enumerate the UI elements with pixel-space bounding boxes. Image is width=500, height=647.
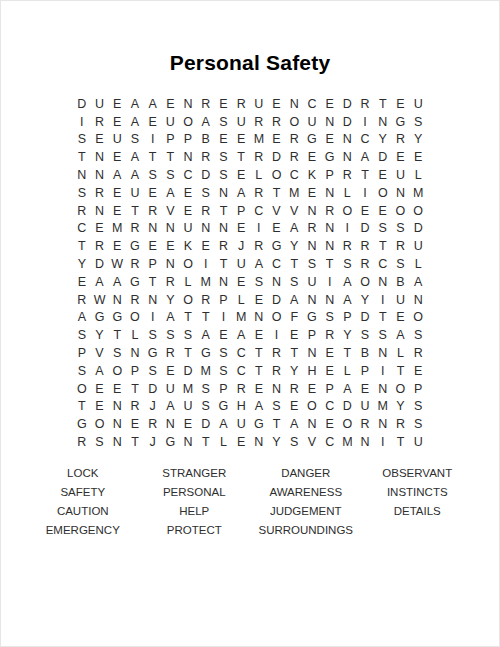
- grid-cell[interactable]: R: [356, 255, 374, 273]
- grid-cell[interactable]: A: [91, 273, 109, 291]
- grid-cell[interactable]: R: [91, 237, 109, 255]
- grid-cell[interactable]: O: [303, 398, 321, 416]
- grid-cell[interactable]: N: [303, 291, 321, 309]
- grid-cell[interactable]: O: [339, 202, 357, 220]
- grid-cell[interactable]: I: [374, 433, 392, 451]
- grid-cell[interactable]: A: [162, 398, 180, 416]
- grid-cell[interactable]: T: [197, 309, 215, 327]
- grid-cell[interactable]: E: [108, 148, 126, 166]
- grid-cell[interactable]: R: [126, 398, 144, 416]
- grid-cell[interactable]: R: [126, 220, 144, 238]
- grid-cell[interactable]: T: [374, 237, 392, 255]
- grid-cell[interactable]: I: [215, 309, 233, 327]
- grid-cell[interactable]: Y: [73, 255, 91, 273]
- grid-cell[interactable]: C: [321, 398, 339, 416]
- grid-cell[interactable]: I: [339, 220, 357, 238]
- grid-cell[interactable]: S: [197, 380, 215, 398]
- grid-cell[interactable]: N: [250, 309, 268, 327]
- grid-cell[interactable]: E: [108, 184, 126, 202]
- grid-cell[interactable]: G: [197, 344, 215, 362]
- grid-cell[interactable]: E: [303, 184, 321, 202]
- grid-cell[interactable]: R: [162, 344, 180, 362]
- grid-cell[interactable]: R: [321, 202, 339, 220]
- grid-cell[interactable]: V: [303, 433, 321, 451]
- grid-cell[interactable]: L: [339, 184, 357, 202]
- grid-cell[interactable]: A: [126, 148, 144, 166]
- grid-cell[interactable]: A: [339, 273, 357, 291]
- grid-cell[interactable]: I: [356, 113, 374, 131]
- grid-cell[interactable]: S: [179, 326, 197, 344]
- grid-cell[interactable]: S: [392, 255, 410, 273]
- grid-cell[interactable]: D: [268, 291, 286, 309]
- grid-cell[interactable]: E: [162, 237, 180, 255]
- grid-cell[interactable]: R: [409, 344, 427, 362]
- grid-cell[interactable]: G: [91, 309, 109, 327]
- grid-cell[interactable]: A: [409, 273, 427, 291]
- grid-cell[interactable]: O: [356, 273, 374, 291]
- grid-cell[interactable]: N: [339, 148, 357, 166]
- grid-cell[interactable]: U: [232, 415, 250, 433]
- grid-cell[interactable]: U: [303, 273, 321, 291]
- grid-cell[interactable]: A: [232, 326, 250, 344]
- grid-cell[interactable]: S: [339, 255, 357, 273]
- grid-cell[interactable]: N: [392, 184, 410, 202]
- grid-cell[interactable]: S: [374, 220, 392, 238]
- grid-cell[interactable]: R: [91, 113, 109, 131]
- grid-cell[interactable]: D: [197, 166, 215, 184]
- grid-cell[interactable]: N: [250, 433, 268, 451]
- grid-cell[interactable]: B: [392, 273, 410, 291]
- grid-cell[interactable]: J: [144, 433, 162, 451]
- grid-cell[interactable]: T: [144, 273, 162, 291]
- grid-cell[interactable]: E: [179, 184, 197, 202]
- grid-cell[interactable]: S: [285, 273, 303, 291]
- grid-cell[interactable]: E: [321, 415, 339, 433]
- grid-cell[interactable]: R: [144, 415, 162, 433]
- grid-cell[interactable]: U: [356, 398, 374, 416]
- grid-cell[interactable]: E: [321, 131, 339, 149]
- grid-cell[interactable]: T: [268, 184, 286, 202]
- grid-cell[interactable]: D: [73, 95, 91, 113]
- grid-cell[interactable]: E: [321, 95, 339, 113]
- grid-cell[interactable]: I: [374, 291, 392, 309]
- grid-cell[interactable]: D: [374, 148, 392, 166]
- grid-cell[interactable]: N: [321, 220, 339, 238]
- grid-cell[interactable]: U: [392, 166, 410, 184]
- grid-cell[interactable]: T: [392, 362, 410, 380]
- grid-cell[interactable]: N: [215, 184, 233, 202]
- grid-cell[interactable]: U: [250, 95, 268, 113]
- grid-cell[interactable]: E: [321, 362, 339, 380]
- grid-cell[interactable]: G: [126, 273, 144, 291]
- grid-cell[interactable]: N: [91, 202, 109, 220]
- grid-cell[interactable]: N: [108, 398, 126, 416]
- grid-cell[interactable]: A: [197, 113, 215, 131]
- grid-cell[interactable]: D: [144, 380, 162, 398]
- grid-cell[interactable]: E: [144, 113, 162, 131]
- grid-cell[interactable]: L: [250, 166, 268, 184]
- grid-cell[interactable]: R: [285, 148, 303, 166]
- grid-cell[interactable]: N: [303, 202, 321, 220]
- grid-cell[interactable]: N: [179, 433, 197, 451]
- grid-cell[interactable]: C: [73, 220, 91, 238]
- grid-cell[interactable]: M: [197, 273, 215, 291]
- grid-cell[interactable]: P: [232, 202, 250, 220]
- grid-cell[interactable]: N: [409, 291, 427, 309]
- grid-cell[interactable]: R: [356, 95, 374, 113]
- grid-cell[interactable]: R: [339, 237, 357, 255]
- grid-cell[interactable]: R: [232, 380, 250, 398]
- grid-cell[interactable]: I: [374, 362, 392, 380]
- grid-cell[interactable]: N: [374, 273, 392, 291]
- grid-cell[interactable]: T: [108, 326, 126, 344]
- grid-cell[interactable]: B: [356, 344, 374, 362]
- grid-cell[interactable]: N: [215, 220, 233, 238]
- grid-cell[interactable]: T: [126, 433, 144, 451]
- grid-cell[interactable]: T: [73, 398, 91, 416]
- grid-cell[interactable]: L: [392, 344, 410, 362]
- grid-cell[interactable]: G: [126, 237, 144, 255]
- grid-cell[interactable]: O: [374, 184, 392, 202]
- grid-cell[interactable]: G: [250, 415, 268, 433]
- grid-cell[interactable]: E: [144, 237, 162, 255]
- grid-cell[interactable]: S: [215, 362, 233, 380]
- grid-cell[interactable]: U: [409, 237, 427, 255]
- grid-cell[interactable]: E: [250, 326, 268, 344]
- grid-cell[interactable]: Y: [374, 131, 392, 149]
- grid-cell[interactable]: D: [268, 148, 286, 166]
- grid-cell[interactable]: E: [392, 309, 410, 327]
- grid-cell[interactable]: R: [73, 291, 91, 309]
- grid-cell[interactable]: E: [374, 202, 392, 220]
- grid-cell[interactable]: R: [250, 148, 268, 166]
- grid-cell[interactable]: A: [339, 291, 357, 309]
- grid-cell[interactable]: A: [126, 166, 144, 184]
- grid-cell[interactable]: U: [108, 131, 126, 149]
- grid-cell[interactable]: U: [162, 113, 180, 131]
- grid-cell[interactable]: R: [392, 131, 410, 149]
- grid-cell[interactable]: R: [303, 220, 321, 238]
- grid-cell[interactable]: P: [126, 362, 144, 380]
- grid-cell[interactable]: V: [268, 202, 286, 220]
- grid-cell[interactable]: U: [409, 433, 427, 451]
- grid-cell[interactable]: R: [392, 237, 410, 255]
- grid-cell[interactable]: S: [197, 398, 215, 416]
- grid-cell[interactable]: M: [197, 362, 215, 380]
- grid-cell[interactable]: R: [250, 184, 268, 202]
- grid-cell[interactable]: H: [232, 398, 250, 416]
- grid-cell[interactable]: O: [179, 113, 197, 131]
- grid-cell[interactable]: S: [162, 326, 180, 344]
- grid-cell[interactable]: A: [285, 220, 303, 238]
- grid-cell[interactable]: S: [108, 344, 126, 362]
- grid-cell[interactable]: M: [179, 380, 197, 398]
- grid-cell[interactable]: A: [356, 148, 374, 166]
- grid-cell[interactable]: J: [232, 237, 250, 255]
- grid-cell[interactable]: V: [162, 202, 180, 220]
- grid-cell[interactable]: L: [409, 255, 427, 273]
- grid-cell[interactable]: I: [250, 220, 268, 238]
- grid-cell[interactable]: M: [285, 184, 303, 202]
- grid-cell[interactable]: N: [374, 113, 392, 131]
- grid-cell[interactable]: E: [197, 237, 215, 255]
- grid-cell[interactable]: E: [108, 113, 126, 131]
- grid-cell[interactable]: Y: [91, 326, 109, 344]
- grid-cell[interactable]: C: [232, 344, 250, 362]
- grid-cell[interactable]: S: [409, 415, 427, 433]
- grid-cell[interactable]: C: [285, 166, 303, 184]
- grid-cell[interactable]: E: [215, 95, 233, 113]
- grid-cell[interactable]: U: [303, 113, 321, 131]
- grid-cell[interactable]: N: [356, 433, 374, 451]
- grid-cell[interactable]: P: [321, 380, 339, 398]
- grid-cell[interactable]: T: [374, 95, 392, 113]
- grid-cell[interactable]: E: [250, 291, 268, 309]
- grid-cell[interactable]: V: [91, 344, 109, 362]
- grid-cell[interactable]: S: [409, 398, 427, 416]
- grid-cell[interactable]: D: [356, 309, 374, 327]
- grid-cell[interactable]: E: [108, 380, 126, 398]
- grid-cell[interactable]: S: [73, 362, 91, 380]
- grid-cell[interactable]: E: [179, 202, 197, 220]
- grid-cell[interactable]: P: [356, 362, 374, 380]
- grid-cell[interactable]: A: [285, 291, 303, 309]
- grid-cell[interactable]: S: [162, 166, 180, 184]
- grid-cell[interactable]: T: [285, 344, 303, 362]
- grid-cell[interactable]: S: [268, 398, 286, 416]
- grid-cell[interactable]: S: [91, 433, 109, 451]
- grid-cell[interactable]: T: [321, 255, 339, 273]
- grid-cell[interactable]: O: [392, 380, 410, 398]
- grid-cell[interactable]: E: [356, 202, 374, 220]
- grid-cell[interactable]: S: [144, 326, 162, 344]
- grid-cell[interactable]: R: [268, 344, 286, 362]
- grid-cell[interactable]: E: [232, 273, 250, 291]
- grid-cell[interactable]: P: [409, 380, 427, 398]
- grid-cell[interactable]: U: [392, 291, 410, 309]
- grid-cell[interactable]: I: [321, 273, 339, 291]
- grid-cell[interactable]: E: [232, 433, 250, 451]
- grid-cell[interactable]: A: [108, 273, 126, 291]
- grid-cell[interactable]: N: [126, 344, 144, 362]
- grid-cell[interactable]: T: [126, 380, 144, 398]
- grid-cell[interactable]: G: [268, 237, 286, 255]
- grid-cell[interactable]: R: [144, 202, 162, 220]
- grid-cell[interactable]: O: [409, 202, 427, 220]
- grid-cell[interactable]: K: [179, 237, 197, 255]
- grid-cell[interactable]: N: [197, 220, 215, 238]
- grid-cell[interactable]: O: [268, 309, 286, 327]
- grid-cell[interactable]: U: [162, 380, 180, 398]
- grid-cell[interactable]: S: [144, 362, 162, 380]
- grid-cell[interactable]: S: [409, 326, 427, 344]
- grid-cell[interactable]: C: [356, 131, 374, 149]
- grid-cell[interactable]: L: [232, 291, 250, 309]
- grid-cell[interactable]: C: [250, 202, 268, 220]
- grid-cell[interactable]: I: [144, 309, 162, 327]
- grid-cell[interactable]: A: [162, 309, 180, 327]
- grid-cell[interactable]: E: [268, 131, 286, 149]
- grid-cell[interactable]: R: [73, 202, 91, 220]
- grid-cell[interactable]: I: [268, 326, 286, 344]
- grid-cell[interactable]: P: [144, 255, 162, 273]
- grid-cell[interactable]: L: [409, 166, 427, 184]
- grid-cell[interactable]: E: [409, 362, 427, 380]
- grid-cell[interactable]: S: [250, 273, 268, 291]
- grid-cell[interactable]: E: [303, 148, 321, 166]
- grid-cell[interactable]: R: [392, 415, 410, 433]
- grid-cell[interactable]: P: [162, 131, 180, 149]
- grid-cell[interactable]: D: [409, 220, 427, 238]
- grid-cell[interactable]: S: [215, 148, 233, 166]
- grid-cell[interactable]: S: [392, 220, 410, 238]
- grid-cell[interactable]: G: [392, 113, 410, 131]
- grid-cell[interactable]: N: [321, 237, 339, 255]
- grid-cell[interactable]: Y: [356, 291, 374, 309]
- grid-cell[interactable]: T: [179, 344, 197, 362]
- grid-cell[interactable]: E: [232, 131, 250, 149]
- grid-cell[interactable]: N: [215, 273, 233, 291]
- grid-cell[interactable]: N: [179, 95, 197, 113]
- grid-cell[interactable]: T: [162, 148, 180, 166]
- grid-cell[interactable]: N: [108, 291, 126, 309]
- grid-cell[interactable]: R: [162, 273, 180, 291]
- grid-cell[interactable]: I: [197, 255, 215, 273]
- grid-cell[interactable]: R: [197, 291, 215, 309]
- grid-cell[interactable]: E: [285, 398, 303, 416]
- grid-cell[interactable]: E: [409, 148, 427, 166]
- grid-cell[interactable]: N: [303, 415, 321, 433]
- grid-cell[interactable]: U: [179, 220, 197, 238]
- grid-cell[interactable]: E: [215, 131, 233, 149]
- grid-cell[interactable]: R: [215, 237, 233, 255]
- grid-cell[interactable]: I: [73, 113, 91, 131]
- grid-cell[interactable]: Y: [339, 326, 357, 344]
- grid-cell[interactable]: W: [108, 255, 126, 273]
- grid-cell[interactable]: S: [144, 166, 162, 184]
- grid-cell[interactable]: D: [91, 255, 109, 273]
- grid-cell[interactable]: G: [108, 309, 126, 327]
- grid-cell[interactable]: R: [250, 237, 268, 255]
- grid-cell[interactable]: O: [179, 291, 197, 309]
- grid-cell[interactable]: U: [179, 398, 197, 416]
- grid-cell[interactable]: E: [321, 344, 339, 362]
- grid-cell[interactable]: A: [126, 113, 144, 131]
- grid-cell[interactable]: D: [197, 415, 215, 433]
- grid-cell[interactable]: T: [197, 433, 215, 451]
- grid-cell[interactable]: E: [268, 95, 286, 113]
- grid-cell[interactable]: E: [285, 326, 303, 344]
- grid-cell[interactable]: D: [339, 398, 357, 416]
- grid-cell[interactable]: E: [162, 362, 180, 380]
- grid-cell[interactable]: P: [179, 131, 197, 149]
- grid-cell[interactable]: A: [392, 326, 410, 344]
- grid-cell[interactable]: S: [197, 184, 215, 202]
- grid-cell[interactable]: T: [392, 433, 410, 451]
- grid-cell[interactable]: D: [179, 362, 197, 380]
- grid-cell[interactable]: T: [126, 202, 144, 220]
- grid-cell[interactable]: T: [250, 362, 268, 380]
- grid-cell[interactable]: N: [303, 237, 321, 255]
- grid-cell[interactable]: B: [197, 131, 215, 149]
- grid-cell[interactable]: C: [232, 362, 250, 380]
- grid-cell[interactable]: T: [73, 148, 91, 166]
- grid-cell[interactable]: U: [232, 113, 250, 131]
- grid-cell[interactable]: A: [285, 415, 303, 433]
- grid-cell[interactable]: N: [108, 415, 126, 433]
- grid-cell[interactable]: S: [215, 344, 233, 362]
- grid-cell[interactable]: E: [268, 220, 286, 238]
- grid-cell[interactable]: Y: [409, 131, 427, 149]
- grid-cell[interactable]: U: [126, 184, 144, 202]
- grid-cell[interactable]: A: [162, 184, 180, 202]
- grid-cell[interactable]: E: [91, 220, 109, 238]
- grid-cell[interactable]: S: [73, 131, 91, 149]
- grid-cell[interactable]: T: [215, 202, 233, 220]
- grid-cell[interactable]: C: [303, 95, 321, 113]
- grid-cell[interactable]: A: [197, 326, 215, 344]
- grid-cell[interactable]: T: [356, 166, 374, 184]
- grid-cell[interactable]: S: [285, 433, 303, 451]
- grid-cell[interactable]: E: [392, 148, 410, 166]
- grid-cell[interactable]: A: [232, 184, 250, 202]
- grid-cell[interactable]: D: [339, 113, 357, 131]
- grid-cell[interactable]: L: [179, 273, 197, 291]
- grid-cell[interactable]: Y: [162, 291, 180, 309]
- grid-cell[interactable]: N: [374, 415, 392, 433]
- grid-cell[interactable]: N: [179, 148, 197, 166]
- grid-cell[interactable]: S: [409, 113, 427, 131]
- grid-cell[interactable]: O: [339, 415, 357, 433]
- grid-cell[interactable]: N: [374, 380, 392, 398]
- grid-cell[interactable]: E: [91, 398, 109, 416]
- grid-cell[interactable]: O: [268, 166, 286, 184]
- grid-cell[interactable]: E: [179, 415, 197, 433]
- grid-cell[interactable]: M: [374, 398, 392, 416]
- grid-cell[interactable]: S: [215, 166, 233, 184]
- grid-cell[interactable]: N: [268, 273, 286, 291]
- grid-cell[interactable]: A: [91, 362, 109, 380]
- grid-cell[interactable]: U: [232, 255, 250, 273]
- grid-cell[interactable]: N: [268, 380, 286, 398]
- grid-cell[interactable]: O: [91, 415, 109, 433]
- grid-cell[interactable]: E: [108, 95, 126, 113]
- grid-cell[interactable]: E: [232, 166, 250, 184]
- grid-cell[interactable]: N: [285, 95, 303, 113]
- grid-cell[interactable]: C: [179, 166, 197, 184]
- grid-cell[interactable]: S: [321, 309, 339, 327]
- grid-cell[interactable]: R: [285, 380, 303, 398]
- grid-cell[interactable]: A: [215, 415, 233, 433]
- grid-cell[interactable]: E: [144, 184, 162, 202]
- grid-cell[interactable]: U: [91, 95, 109, 113]
- grid-cell[interactable]: A: [73, 309, 91, 327]
- grid-cell[interactable]: R: [197, 95, 215, 113]
- grid-cell[interactable]: I: [356, 184, 374, 202]
- grid-cell[interactable]: T: [339, 344, 357, 362]
- grid-cell[interactable]: O: [409, 309, 427, 327]
- grid-cell[interactable]: E: [108, 237, 126, 255]
- grid-cell[interactable]: N: [144, 220, 162, 238]
- grid-cell[interactable]: E: [126, 415, 144, 433]
- grid-cell[interactable]: L: [339, 362, 357, 380]
- grid-cell[interactable]: S: [374, 326, 392, 344]
- grid-cell[interactable]: R: [356, 415, 374, 433]
- grid-cell[interactable]: F: [285, 309, 303, 327]
- grid-cell[interactable]: E: [91, 131, 109, 149]
- grid-cell[interactable]: A: [250, 398, 268, 416]
- grid-cell[interactable]: J: [144, 398, 162, 416]
